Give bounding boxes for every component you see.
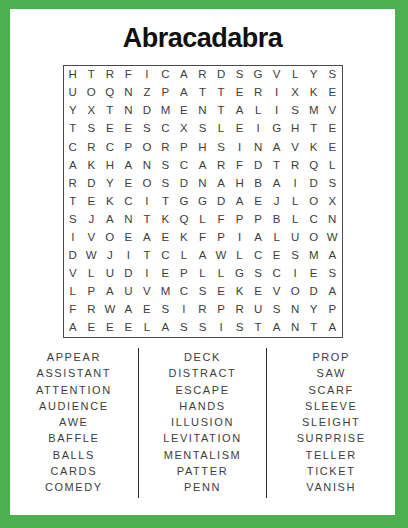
grid-cell[interactable]: L xyxy=(212,120,231,138)
grid-cell[interactable]: E xyxy=(101,120,120,138)
grid-cell[interactable]: J xyxy=(101,247,120,265)
grid-cell[interactable]: K xyxy=(156,211,175,229)
grid-cell[interactable]: N xyxy=(119,84,138,102)
grid-cell[interactable]: M xyxy=(304,247,323,265)
grid-cell[interactable]: R xyxy=(212,156,231,174)
grid-cell[interactable]: A xyxy=(101,211,120,229)
grid-cell[interactable]: R xyxy=(193,301,212,319)
grid-cell[interactable]: E xyxy=(212,283,231,301)
grid-cell[interactable]: J xyxy=(267,192,286,210)
grid-cell[interactable]: D xyxy=(119,265,138,283)
word-list-item: DISTRACT xyxy=(139,365,267,381)
word-list-item: ESCAPE xyxy=(139,382,267,398)
grid-cell[interactable]: S xyxy=(323,174,342,192)
grid-cell[interactable]: S xyxy=(193,319,212,337)
grid-cell[interactable]: A xyxy=(101,283,120,301)
grid-cell[interactable]: I xyxy=(138,66,157,84)
grid-cell[interactable]: S xyxy=(64,211,83,229)
grid-cell[interactable]: E xyxy=(82,319,101,337)
grid-cell[interactable]: V xyxy=(267,283,286,301)
grid-cell[interactable]: K xyxy=(82,156,101,174)
grid-cell[interactable]: T xyxy=(64,120,83,138)
grid-cell[interactable]: D xyxy=(304,174,323,192)
grid-cell[interactable]: E xyxy=(156,265,175,283)
grid-cell[interactable]: M xyxy=(156,102,175,120)
grid-cell[interactable]: R xyxy=(249,84,268,102)
grid-cell[interactable]: N xyxy=(286,319,305,337)
grid-cell[interactable]: L xyxy=(286,192,305,210)
grid-cell[interactable]: H xyxy=(286,120,305,138)
grid-cell[interactable]: E xyxy=(323,138,342,156)
grid-cell[interactable]: L xyxy=(64,283,83,301)
grid-cell[interactable]: N xyxy=(323,211,342,229)
word-list-item: APPEAR xyxy=(10,349,138,365)
grid-cell[interactable]: A xyxy=(64,156,83,174)
grid-cell[interactable]: F xyxy=(64,301,83,319)
grid-cell[interactable]: P xyxy=(249,211,268,229)
grid-cell[interactable]: O xyxy=(286,283,305,301)
grid-cell[interactable]: A xyxy=(193,247,212,265)
grid-cell[interactable]: O xyxy=(101,229,120,247)
grid-cell[interactable]: O xyxy=(138,174,157,192)
grid-cell[interactable]: R xyxy=(64,174,83,192)
grid-cell[interactable]: E xyxy=(323,120,342,138)
grid-cell[interactable]: Q xyxy=(101,84,120,102)
word-list-item: VANISH xyxy=(267,479,395,495)
grid-cell[interactable]: C xyxy=(304,211,323,229)
grid-cell[interactable]: E xyxy=(138,301,157,319)
grid-cell[interactable]: K xyxy=(175,229,194,247)
grid-cell[interactable]: T xyxy=(101,102,120,120)
word-list-item: PATTER xyxy=(139,463,267,479)
grid-cell[interactable]: D xyxy=(175,174,194,192)
grid-cell[interactable]: P xyxy=(323,301,342,319)
grid-cell[interactable]: Y xyxy=(304,301,323,319)
grid-cell[interactable]: L xyxy=(230,247,249,265)
grid-cell[interactable]: A xyxy=(323,247,342,265)
grid-cell[interactable]: D xyxy=(82,174,101,192)
grid-cell[interactable]: S xyxy=(82,120,101,138)
grid-cell[interactable]: J xyxy=(82,211,101,229)
grid-cell[interactable]: C xyxy=(249,247,268,265)
grid-cell[interactable]: A xyxy=(138,229,157,247)
grid-cell[interactable]: I xyxy=(64,229,83,247)
grid-cell[interactable]: T xyxy=(304,120,323,138)
grid-cell[interactable]: T xyxy=(304,319,323,337)
grid-cell[interactable]: R xyxy=(101,66,120,84)
grid-cell[interactable]: I xyxy=(138,265,157,283)
grid-cell[interactable]: X xyxy=(82,102,101,120)
grid-cell[interactable]: T xyxy=(82,66,101,84)
grid-cell[interactable]: D xyxy=(212,66,231,84)
grid-cell[interactable]: H xyxy=(64,66,83,84)
grid-cell[interactable]: K xyxy=(101,192,120,210)
grid-cell[interactable]: E xyxy=(119,174,138,192)
grid-cell[interactable]: S xyxy=(193,120,212,138)
grid-cell[interactable]: A xyxy=(119,156,138,174)
grid-cell[interactable]: C xyxy=(156,66,175,84)
word-list-item: PENN xyxy=(139,479,267,495)
grid-cell[interactable]: X xyxy=(323,192,342,210)
grid-cell[interactable]: F xyxy=(193,229,212,247)
grid-cell[interactable]: P xyxy=(175,138,194,156)
word-list-item: HANDS xyxy=(139,398,267,414)
grid-cell[interactable]: B xyxy=(249,174,268,192)
grid-cell[interactable]: E xyxy=(101,319,120,337)
grid-cell[interactable]: D xyxy=(212,192,231,210)
grid-cell[interactable]: E xyxy=(156,229,175,247)
grid-cell[interactable]: C xyxy=(156,120,175,138)
word-list-column: PROPSAWSCARFSLEEVESLEIGHTSURPRISETELLERT… xyxy=(267,348,395,498)
grid-cell[interactable]: N xyxy=(249,138,268,156)
word-list-item: BALLS xyxy=(10,447,138,463)
grid-cell[interactable]: A xyxy=(267,319,286,337)
grid-cell[interactable]: I xyxy=(267,102,286,120)
grid-cell[interactable]: R xyxy=(286,156,305,174)
grid-cell[interactable]: S xyxy=(323,265,342,283)
grid-cell[interactable]: P xyxy=(212,301,231,319)
grid-cell[interactable]: S xyxy=(267,301,286,319)
grid-cell[interactable]: X xyxy=(286,84,305,102)
grid-cell[interactable]: S xyxy=(175,319,194,337)
grid-cell[interactable]: C xyxy=(64,138,83,156)
grid-cell[interactable]: F xyxy=(119,66,138,84)
grid-cell[interactable]: V xyxy=(267,66,286,84)
grid-cell[interactable]: G xyxy=(230,265,249,283)
grid-cell[interactable]: E xyxy=(175,102,194,120)
grid-cell[interactable]: E xyxy=(82,192,101,210)
grid-cell[interactable]: H xyxy=(193,138,212,156)
grid-cell[interactable]: W xyxy=(101,301,120,319)
word-search-page: Abracadabra HTRFICARDSGVLYSUOQNZPATTERIX… xyxy=(0,0,408,528)
grid-cell[interactable]: I xyxy=(286,174,305,192)
word-list-item: ASSISTANT xyxy=(10,365,138,381)
grid-cell[interactable]: I xyxy=(175,301,194,319)
grid-cell[interactable]: N xyxy=(138,156,157,174)
grid-cell[interactable]: C xyxy=(175,156,194,174)
word-list-item: MENTALISM xyxy=(139,447,267,463)
grid-cell[interactable]: X xyxy=(175,120,194,138)
grid-cell[interactable]: S xyxy=(156,174,175,192)
grid-cell[interactable]: U xyxy=(64,84,83,102)
grid-cell[interactable]: L xyxy=(82,265,101,283)
grid-cell[interactable]: T xyxy=(193,84,212,102)
grid-cell[interactable]: L xyxy=(175,247,194,265)
grid-cell[interactable]: G xyxy=(267,120,286,138)
grid-cell[interactable]: R xyxy=(156,138,175,156)
grid-cell[interactable]: S xyxy=(193,283,212,301)
grid-cell[interactable]: I xyxy=(230,229,249,247)
grid-cell[interactable]: V xyxy=(138,283,157,301)
word-list-item: DECK xyxy=(139,349,267,365)
grid-cell[interactable]: C xyxy=(267,265,286,283)
grid-cell[interactable]: A xyxy=(323,319,342,337)
grid-cell[interactable]: R xyxy=(193,66,212,84)
grid-cell[interactable]: V xyxy=(82,229,101,247)
grid-cell[interactable]: F xyxy=(230,156,249,174)
grid-cell[interactable]: L xyxy=(193,211,212,229)
word-list-item: COMEDY xyxy=(10,479,138,495)
word-list-item: LEVITATION xyxy=(139,430,267,446)
grid-cell[interactable]: Y xyxy=(304,66,323,84)
grid-cell[interactable]: N xyxy=(119,102,138,120)
grid-cell[interactable]: A xyxy=(175,84,194,102)
grid-cell[interactable]: S xyxy=(249,265,268,283)
letter-grid: HTRFICARDSGVLYSUOQNZPATTERIXKEYXTNDMENTA… xyxy=(63,65,343,338)
grid-cell[interactable]: L xyxy=(249,102,268,120)
grid-cell[interactable]: A xyxy=(64,319,83,337)
grid-cell[interactable]: C xyxy=(101,138,120,156)
grid-cell[interactable]: A xyxy=(249,229,268,247)
grid-cell[interactable]: E xyxy=(119,120,138,138)
grid-cell[interactable]: A xyxy=(323,283,342,301)
grid-cell[interactable]: N xyxy=(193,102,212,120)
grid-cell[interactable]: M xyxy=(156,283,175,301)
grid-cell[interactable]: C xyxy=(119,192,138,210)
grid-cell[interactable]: N xyxy=(286,301,305,319)
grid-cell[interactable]: R xyxy=(82,301,101,319)
grid-cell[interactable]: O xyxy=(82,84,101,102)
grid-cell[interactable]: V xyxy=(64,265,83,283)
grid-cell[interactable]: F xyxy=(212,211,231,229)
word-list-item: SURPRISE xyxy=(267,430,395,446)
grid-cell[interactable]: K xyxy=(304,138,323,156)
grid-cell[interactable]: C xyxy=(175,283,194,301)
grid-cell[interactable]: S xyxy=(323,66,342,84)
word-list-item: AUDIENCE xyxy=(10,398,138,414)
word-list-item: CARDS xyxy=(10,463,138,479)
grid-cell[interactable]: P xyxy=(119,138,138,156)
grid-cell[interactable]: L xyxy=(212,265,231,283)
grid-cell[interactable]: D xyxy=(64,247,83,265)
grid-cell[interactable]: A xyxy=(156,319,175,337)
grid-cell[interactable]: S xyxy=(212,138,231,156)
grid-cell[interactable]: E xyxy=(304,265,323,283)
grid-cell[interactable]: O xyxy=(304,229,323,247)
grid-cell[interactable]: T xyxy=(212,84,231,102)
grid-cell[interactable]: H xyxy=(230,174,249,192)
grid-cell[interactable]: P xyxy=(175,265,194,283)
grid-cell[interactable]: D xyxy=(249,156,268,174)
grid-cell[interactable]: T xyxy=(267,156,286,174)
grid-cell[interactable]: R xyxy=(82,138,101,156)
puzzle-title: Abracadabra xyxy=(10,23,395,54)
grid-cell[interactable]: U xyxy=(101,265,120,283)
grid-cell[interactable]: C xyxy=(156,247,175,265)
grid-cell[interactable]: E xyxy=(267,247,286,265)
grid-cell[interactable]: L xyxy=(267,229,286,247)
grid-cell[interactable]: P xyxy=(212,229,231,247)
grid-cell[interactable]: E xyxy=(249,283,268,301)
grid-cell[interactable]: E xyxy=(119,319,138,337)
grid-cell[interactable]: P xyxy=(82,283,101,301)
grid-cell[interactable]: U xyxy=(249,301,268,319)
grid-cell[interactable]: E xyxy=(230,84,249,102)
grid-cell[interactable]: E xyxy=(230,120,249,138)
word-list-item: SLEEVE xyxy=(267,398,395,414)
word-list-item: ATTENTION xyxy=(10,382,138,398)
grid-cell[interactable]: T xyxy=(212,102,231,120)
grid-cell[interactable]: S xyxy=(286,247,305,265)
grid-cell[interactable]: P xyxy=(156,84,175,102)
grid-cell[interactable]: Z xyxy=(138,84,157,102)
grid-cell[interactable]: D xyxy=(304,283,323,301)
grid-cell[interactable]: P xyxy=(230,211,249,229)
grid-cell[interactable]: G xyxy=(175,192,194,210)
grid-cell[interactable]: S xyxy=(138,120,157,138)
grid-cell[interactable]: I xyxy=(286,265,305,283)
grid-cell[interactable]: B xyxy=(267,211,286,229)
grid-cell[interactable]: A xyxy=(193,156,212,174)
grid-cell[interactable]: K xyxy=(230,283,249,301)
grid-cell[interactable]: S xyxy=(230,66,249,84)
grid-cell[interactable]: U xyxy=(119,283,138,301)
grid-cell[interactable]: G xyxy=(193,192,212,210)
grid-cell[interactable]: A xyxy=(119,301,138,319)
grid-cell[interactable]: K xyxy=(304,84,323,102)
word-list-item: SAW xyxy=(267,365,395,381)
grid-cell[interactable]: Q xyxy=(175,211,194,229)
grid-cell[interactable]: I xyxy=(230,138,249,156)
grid-cell[interactable]: W xyxy=(82,247,101,265)
grid-cell[interactable]: T xyxy=(156,192,175,210)
grid-cell[interactable]: T xyxy=(249,319,268,337)
grid-cell[interactable]: L xyxy=(193,265,212,283)
grid-cell[interactable]: A xyxy=(230,192,249,210)
grid-cell[interactable]: W xyxy=(323,229,342,247)
grid-cell[interactable]: N xyxy=(119,211,138,229)
word-list-item: AWE xyxy=(10,414,138,430)
word-list: APPEARASSISTANTATTENTIONAUDIENCEAWEBAFFL… xyxy=(10,348,395,498)
grid-cell[interactable]: V xyxy=(323,102,342,120)
grid-cell[interactable]: H xyxy=(101,156,120,174)
grid-cell[interactable]: N xyxy=(193,174,212,192)
word-list-column: APPEARASSISTANTATTENTIONAUDIENCEAWEBAFFL… xyxy=(10,348,138,498)
grid-cell[interactable]: D xyxy=(138,102,157,120)
grid-cell[interactable]: M xyxy=(304,102,323,120)
word-list-item: TELLER xyxy=(267,447,395,463)
grid-cell[interactable]: E xyxy=(323,84,342,102)
grid-cell[interactable]: U xyxy=(286,229,305,247)
grid-cell[interactable]: Y xyxy=(64,102,83,120)
grid-cell[interactable]: V xyxy=(286,138,305,156)
word-list-item: SCARF xyxy=(267,382,395,398)
word-list-item: ILLUSION xyxy=(139,414,267,430)
word-list-item: TICKET xyxy=(267,463,395,479)
word-list-item: PROP xyxy=(267,349,395,365)
grid-cell[interactable]: A xyxy=(267,174,286,192)
grid-cell[interactable]: A xyxy=(175,66,194,84)
grid-cell[interactable]: O xyxy=(138,138,157,156)
word-list-item: BAFFLE xyxy=(10,430,138,446)
grid-cell[interactable]: I xyxy=(267,84,286,102)
grid-cell[interactable]: G xyxy=(249,66,268,84)
grid-cell[interactable]: L xyxy=(286,211,305,229)
grid-cell[interactable]: T xyxy=(64,192,83,210)
grid-cell[interactable]: L xyxy=(323,156,342,174)
grid-cell[interactable]: A xyxy=(267,138,286,156)
grid-cell[interactable]: Y xyxy=(101,174,120,192)
grid-cell[interactable]: S xyxy=(286,102,305,120)
grid-cell[interactable]: S xyxy=(156,301,175,319)
grid-cell[interactable]: T xyxy=(138,247,157,265)
grid-cell[interactable]: I xyxy=(249,120,268,138)
grid-cell[interactable]: I xyxy=(138,192,157,210)
grid-cell[interactable]: S xyxy=(230,319,249,337)
grid-cell[interactable]: W xyxy=(212,247,231,265)
grid-cell[interactable]: E xyxy=(249,192,268,210)
word-list-item: SLEIGHT xyxy=(267,414,395,430)
grid-cell[interactable]: I xyxy=(212,319,231,337)
grid-cell[interactable]: A xyxy=(212,174,231,192)
grid-cell[interactable]: I xyxy=(119,247,138,265)
grid-cell[interactable]: O xyxy=(304,192,323,210)
word-list-column: DECKDISTRACTESCAPEHANDSILLUSIONLEVITATIO… xyxy=(138,348,268,498)
grid-cell[interactable]: A xyxy=(230,102,249,120)
grid-cell[interactable]: Q xyxy=(304,156,323,174)
grid-cell[interactable]: T xyxy=(138,211,157,229)
grid-cell[interactable]: S xyxy=(156,156,175,174)
grid-cell[interactable]: L xyxy=(138,319,157,337)
grid-cell[interactable]: R xyxy=(230,301,249,319)
grid-cell[interactable]: E xyxy=(119,229,138,247)
grid-cell[interactable]: L xyxy=(286,66,305,84)
